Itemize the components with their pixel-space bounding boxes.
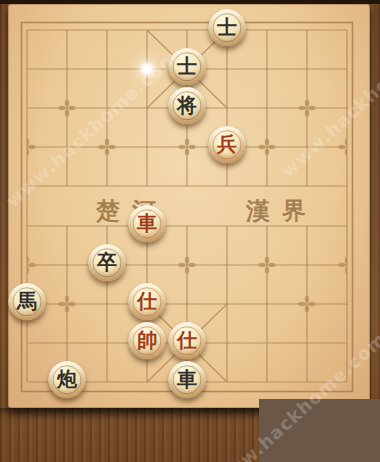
piece-character: 車 xyxy=(137,213,157,233)
piece-black-士[interactable]: 士 xyxy=(209,9,246,46)
piece-black-将[interactable]: 将 xyxy=(169,87,206,124)
piece-character: 兵 xyxy=(217,134,237,154)
xiangqi-puzzle-screen: 楚河 漢界 士士将兵車卒馬仕帥仕炮車 步数: 4 www.hackhome.co… xyxy=(0,0,380,462)
piece-character: 士 xyxy=(217,17,237,37)
piece-character: 帥 xyxy=(137,330,157,350)
overlay-rectangle xyxy=(259,399,380,462)
piece-black-士[interactable]: 士 xyxy=(169,48,206,85)
move-highlight-dot xyxy=(143,65,152,74)
piece-character: 卒 xyxy=(97,252,117,272)
piece-character: 将 xyxy=(177,95,197,115)
piece-character: 仕 xyxy=(177,330,197,350)
piece-black-車[interactable]: 車 xyxy=(169,361,206,398)
river-label-right: 漢界 xyxy=(246,195,318,227)
piece-character: 士 xyxy=(177,56,197,76)
piece-character: 馬 xyxy=(17,291,37,311)
xiangqi-board[interactable]: 楚河 漢界 士士将兵車卒馬仕帥仕炮車 xyxy=(8,4,370,408)
piece-black-卒[interactable]: 卒 xyxy=(89,244,126,281)
piece-black-炮[interactable]: 炮 xyxy=(49,361,86,398)
piece-red-兵[interactable]: 兵 xyxy=(209,126,246,163)
piece-character: 車 xyxy=(177,369,197,389)
piece-character: 炮 xyxy=(57,369,77,389)
piece-red-仕[interactable]: 仕 xyxy=(129,283,166,320)
piece-red-仕[interactable]: 仕 xyxy=(169,322,206,359)
piece-black-馬[interactable]: 馬 xyxy=(9,283,46,320)
piece-red-車[interactable]: 車 xyxy=(129,205,166,242)
piece-red-帥[interactable]: 帥 xyxy=(129,322,166,359)
piece-character: 仕 xyxy=(137,291,157,311)
